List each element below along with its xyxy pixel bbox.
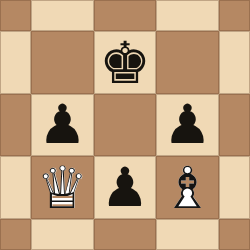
square-r1c0[interactable] [0, 31, 31, 94]
piece-glyph-fill: ♚ [94, 31, 157, 94]
square-r0c0[interactable] [0, 0, 31, 31]
piece-glyph-fill: ♟ [94, 156, 157, 219]
black-pawn[interactable]: ♟ [156, 94, 219, 157]
piece-glyph-outline: ♗ [156, 156, 219, 219]
square-r1c4[interactable] [219, 31, 250, 94]
black-pawn[interactable]: ♟ [94, 156, 157, 219]
square-r3c2[interactable]: ♟ [94, 156, 157, 219]
square-r4c0[interactable] [0, 219, 31, 250]
square-r4c3[interactable] [156, 219, 219, 250]
square-r2c2[interactable] [94, 94, 157, 157]
square-r2c0[interactable] [0, 94, 31, 157]
black-pawn[interactable]: ♟ [31, 94, 94, 157]
square-r1c1[interactable] [31, 31, 94, 94]
piece-glyph-fill: ♟ [31, 94, 94, 157]
piece-glyph-fill: ♟ [156, 94, 219, 157]
black-king[interactable]: ♚ [94, 31, 157, 94]
square-r0c1[interactable] [31, 0, 94, 31]
square-r3c3[interactable]: ♝♗ [156, 156, 219, 219]
piece-glyph-outline: ♕ [31, 156, 94, 219]
square-r0c4[interactable] [219, 0, 250, 31]
square-r0c3[interactable] [156, 0, 219, 31]
square-r3c0[interactable] [0, 156, 31, 219]
white-queen[interactable]: ♛♕ [31, 156, 94, 219]
square-r2c4[interactable] [219, 94, 250, 157]
square-r2c1[interactable]: ♟ [31, 94, 94, 157]
square-r3c4[interactable] [219, 156, 250, 219]
square-r0c2[interactable] [94, 0, 157, 31]
square-r3c1[interactable]: ♛♕ [31, 156, 94, 219]
white-bishop[interactable]: ♝♗ [156, 156, 219, 219]
square-r1c2[interactable]: ♚ [94, 31, 157, 94]
square-r1c3[interactable] [156, 31, 219, 94]
square-r4c2[interactable] [94, 219, 157, 250]
square-r4c1[interactable] [31, 219, 94, 250]
chess-board: ♚♟♟♛♕♟♝♗ [0, 0, 250, 250]
square-r4c4[interactable] [219, 219, 250, 250]
square-r2c3[interactable]: ♟ [156, 94, 219, 157]
